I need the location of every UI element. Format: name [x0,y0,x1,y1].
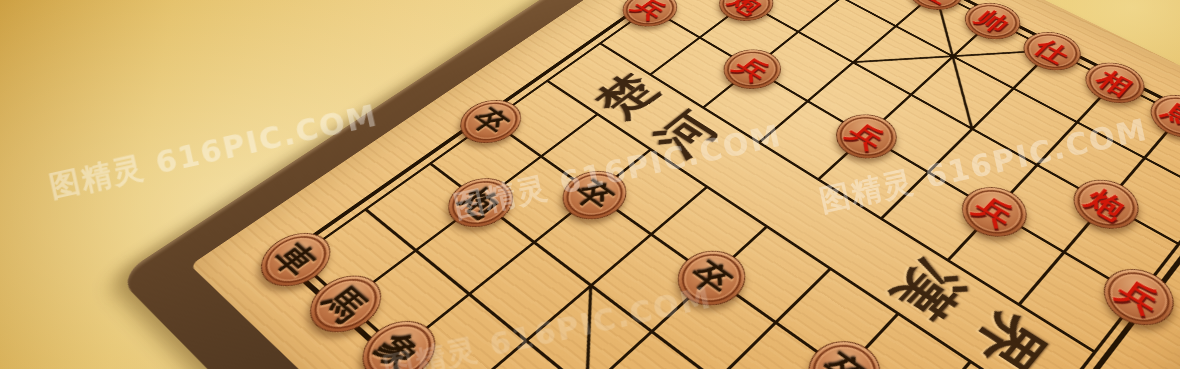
piece-character: 相 [1092,67,1137,99]
piece-character: 車 [269,238,323,280]
piece-character: 仕 [915,0,957,6]
piece-character: 炮 [455,183,507,222]
piece-character: 馬 [318,281,374,326]
piece-character: 帅 [971,7,1014,36]
xiangqi-board-3d-wrapper: 楚 河 漢 界 車馬相仕帅仕相馬車炮炮兵兵兵兵兵卒卒卒卒卒炮炮車馬象士将士象馬車 [190,0,1180,369]
piece-character: 仕 [1030,36,1074,66]
piece-character: 兵 [729,53,775,84]
piece-character: 兵 [628,0,672,23]
piece-character: 象 [370,327,428,369]
piece-character: 兵 [1112,275,1165,320]
piece-character: 兵 [969,192,1020,231]
piece-character: 卒 [467,104,515,138]
piece-character: 馬 [1158,99,1180,133]
piece-character: 炮 [725,0,768,17]
piece-character: 卒 [685,256,739,299]
xiangqi-board: 楚 河 漢 界 車馬相仕帅仕相馬車炮炮兵兵兵兵兵卒卒卒卒卒炮炮車馬象士将士象馬車 [190,0,1180,369]
piece-character: 卒 [816,347,873,369]
scene-photo: 楚 河 漢 界 車馬相仕帅仕相馬車炮炮兵兵兵兵兵卒卒卒卒卒炮炮車馬象士将士象馬車… [0,0,1180,369]
piece-character: 卒 [569,176,620,214]
piece-character: 炮 [1081,185,1131,224]
xiangqi-board-grid: 楚 河 漢 界 車馬相仕帅仕相馬車炮炮兵兵兵兵兵卒卒卒卒卒炮炮車馬象士将士象馬車 [296,0,1180,369]
piece-character: 兵 [842,119,890,154]
